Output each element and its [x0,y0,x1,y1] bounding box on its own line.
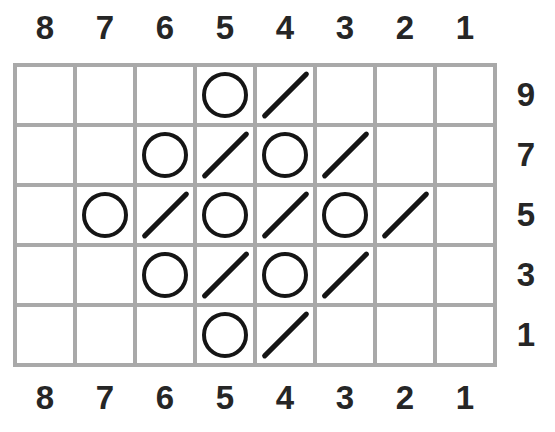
chart-cell [77,247,133,303]
column-label-top: 4 [257,2,313,54]
chart-cell [197,127,253,183]
k2tog-icon [261,191,310,240]
chart-cell [197,307,253,363]
chart-cell [437,187,493,243]
column-label-bottom: 7 [77,372,133,424]
chart-cell [17,247,73,303]
k2tog-icon [201,251,250,300]
chart-cell [437,67,493,123]
chart-cell [197,247,253,303]
chart-cell [257,127,313,183]
row-label: 7 [497,127,555,183]
chart-cell [77,187,133,243]
yarn-over-icon [82,192,128,238]
bottom-column-labels: 87654321 [13,372,497,424]
column-label-top: 3 [317,2,373,54]
k2tog-icon [141,191,190,240]
chart-cell [137,127,193,183]
chart-cell [137,67,193,123]
chart-cell [17,127,73,183]
k2tog-icon [321,251,370,300]
column-label-top: 5 [197,2,253,54]
yarn-over-icon [142,252,188,298]
row-label: 1 [497,307,555,363]
row-label: 3 [497,247,555,303]
chart-cell [17,187,73,243]
chart-grid [13,63,497,367]
k2tog-icon [381,191,430,240]
chart-cell [437,127,493,183]
k2tog-icon [321,131,370,180]
chart-cell [137,307,193,363]
top-column-labels: 87654321 [13,2,497,54]
row-label: 5 [497,187,555,243]
yarn-over-icon [202,312,248,358]
column-label-bottom: 2 [377,372,433,424]
chart-cell [317,307,373,363]
chart-cell [257,307,313,363]
chart-cell [377,67,433,123]
column-label-top: 6 [137,2,193,54]
column-label-top: 7 [77,2,133,54]
chart-cell [437,247,493,303]
yarn-over-icon [262,252,308,298]
yarn-over-icon [322,192,368,238]
chart-cell [317,187,373,243]
chart-cell [77,307,133,363]
chart-cell [377,247,433,303]
yarn-over-icon [202,192,248,238]
chart-cell [317,127,373,183]
yarn-over-icon [142,132,188,178]
chart-cell [377,127,433,183]
column-label-bottom: 1 [437,372,493,424]
column-label-bottom: 4 [257,372,313,424]
chart-cell [257,67,313,123]
column-label-top: 2 [377,2,433,54]
chart-cell [377,307,433,363]
column-label-top: 8 [17,2,73,54]
chart-cell [317,67,373,123]
column-label-bottom: 3 [317,372,373,424]
right-row-labels: 97531 [497,63,555,367]
yarn-over-icon [202,72,248,118]
chart-cell [437,307,493,363]
chart-cell [77,127,133,183]
k2tog-icon [261,71,310,120]
column-label-bottom: 8 [17,372,73,424]
chart-cell [17,307,73,363]
chart-cell [137,247,193,303]
column-label-bottom: 5 [197,372,253,424]
chart-cell [17,67,73,123]
chart-cell [77,67,133,123]
chart-cell [137,187,193,243]
chart-cell [377,187,433,243]
chart-cell [197,67,253,123]
row-label: 9 [497,67,555,123]
column-label-top: 1 [437,2,493,54]
chart-cell [197,187,253,243]
column-label-bottom: 6 [137,372,193,424]
chart-cell [317,247,373,303]
yarn-over-icon [262,132,308,178]
k2tog-icon [261,311,310,360]
knitting-chart: 87654321 97531 87654321 [0,0,555,432]
chart-cell [257,247,313,303]
chart-cell [257,187,313,243]
k2tog-icon [201,131,250,180]
